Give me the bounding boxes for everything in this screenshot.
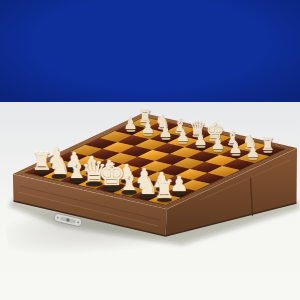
- piece-black-pawn[interactable]: ♟︎: [159, 125, 173, 141]
- piece-white-rook[interactable]: ♜: [154, 178, 176, 202]
- piece-black-rook[interactable]: ♜: [261, 137, 276, 153]
- piece-black-pawn[interactable]: ♟︎: [176, 129, 190, 145]
- piece-black-pawn[interactable]: ♟︎: [141, 121, 155, 137]
- piece-black-pawn[interactable]: ♟︎: [246, 145, 260, 161]
- piece-black-pawn[interactable]: ♟︎: [124, 117, 138, 133]
- piece-black-pawn[interactable]: ♟︎: [194, 133, 208, 149]
- piece-black-pawn[interactable]: ♟︎: [211, 137, 225, 153]
- photo-stage: ♜♞♝♛♚♝♞♜♟︎♟︎♟︎♟︎♟︎♟︎♟︎♟︎♟︎♟︎♟︎♟︎♟︎♟︎♟︎♟︎…: [0, 0, 300, 300]
- piece-black-pawn[interactable]: ♟︎: [229, 141, 243, 157]
